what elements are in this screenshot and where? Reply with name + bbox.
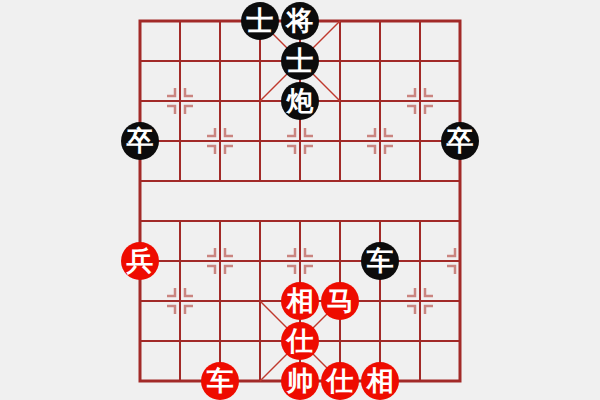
black-soldier-piece[interactable]: 卒 — [441, 122, 479, 160]
black-advisor-piece[interactable]: 士 — [281, 42, 319, 80]
black-soldier-piece[interactable]: 卒 — [121, 122, 159, 160]
red-elephant-piece[interactable]: 相 — [281, 282, 319, 320]
xiangqi-board[interactable]: 士将士炮卒卒车兵相马仕车帅仕相 — [120, 1, 480, 400]
black-general-piece[interactable]: 将 — [281, 2, 319, 40]
red-chariot-piece[interactable]: 车 — [201, 362, 239, 400]
black-advisor-piece[interactable]: 士 — [241, 2, 279, 40]
red-elephant-piece[interactable]: 相 — [361, 362, 399, 400]
red-soldier-piece[interactable]: 兵 — [121, 242, 159, 280]
black-chariot-piece[interactable]: 车 — [361, 242, 399, 280]
red-advisor-piece[interactable]: 仕 — [281, 322, 319, 360]
red-horse-piece[interactable]: 马 — [321, 282, 359, 320]
black-cannon-piece[interactable]: 炮 — [281, 82, 319, 120]
xiangqi-app-screen: 士将士炮卒卒车兵相马仕车帅仕相 — [0, 0, 600, 400]
red-general-piece[interactable]: 帅 — [281, 362, 319, 400]
red-advisor-piece[interactable]: 仕 — [321, 362, 359, 400]
